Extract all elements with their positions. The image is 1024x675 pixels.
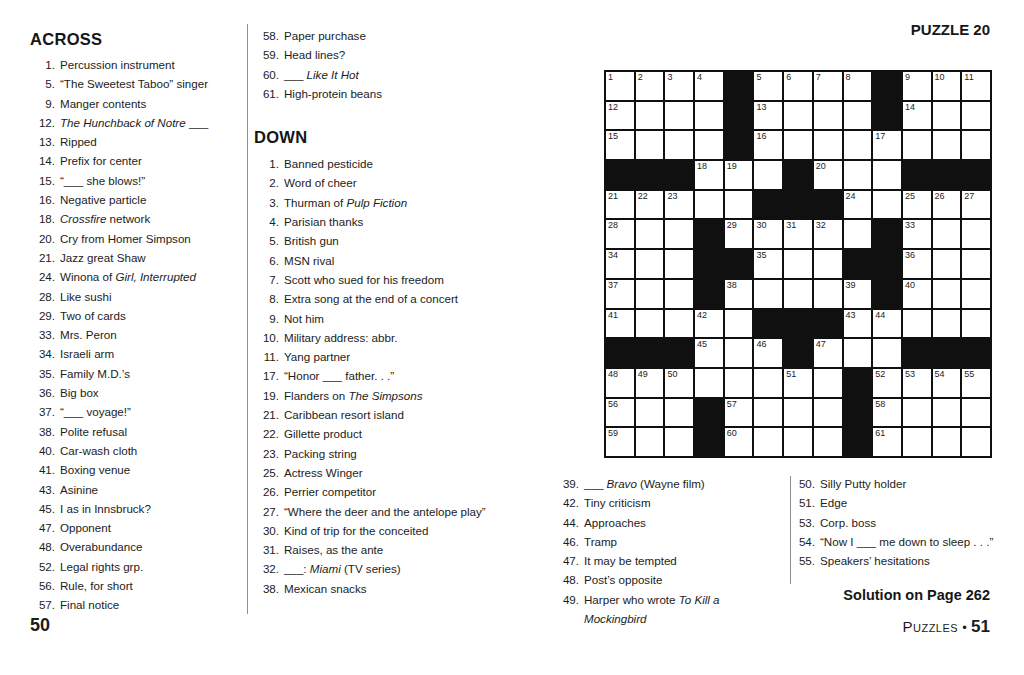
clue-item: 22.Gillette product (254, 424, 486, 443)
cell-number: 15 (608, 131, 618, 142)
across-clue-list: 1.Percussion instrument5.“The Sweetest T… (30, 55, 242, 615)
grid-cell-black (695, 280, 723, 308)
grid-cell (784, 399, 812, 427)
clue-text: Family M.D.’s (60, 364, 242, 383)
grid-cell: 8 (844, 72, 872, 100)
grid-cell-black (606, 161, 634, 189)
clue-item: 54.“Now I ___ me down to sleep . . .” (796, 532, 1020, 551)
grid-cell-black (665, 339, 693, 367)
cell-number: 50 (667, 369, 677, 380)
grid-cell (962, 399, 990, 427)
grid-cell: 27 (962, 191, 990, 219)
clue-item: 43.Asinine (30, 480, 242, 499)
grid-cell-black (873, 72, 901, 100)
clue-text: Paper purchase (284, 26, 486, 45)
clue-text: Thurman of Pulp Fiction (284, 193, 486, 212)
clue-item: 56.Rule, for short (30, 576, 242, 595)
grid-cell: 7 (814, 72, 842, 100)
clue-text: Overabundance (60, 537, 242, 556)
cell-number: 45 (697, 339, 707, 350)
cell-number: 16 (756, 131, 766, 142)
grid-cell-black (873, 250, 901, 278)
clue-text: Israeli arm (60, 344, 242, 363)
grid-cell: 30 (754, 220, 782, 248)
grid-cell-black (784, 339, 812, 367)
clue-number: 17. (254, 366, 284, 385)
grid-cell (665, 131, 693, 159)
clue-text: Perrier competitor (284, 482, 486, 501)
clue-number: 4. (254, 212, 284, 231)
grid-cell (933, 102, 961, 130)
clue-number: 34. (30, 344, 60, 363)
cell-number: 43 (846, 310, 856, 321)
cell-number: 23 (667, 191, 677, 202)
clue-item: 52.Legal rights grp. (30, 557, 242, 576)
clue-text: Final notice (60, 595, 242, 614)
cell-number: 39 (846, 280, 856, 291)
grid-cell (754, 280, 782, 308)
clue-text: British gun (284, 231, 486, 250)
clue-item: 10.Military address: abbr. (254, 328, 486, 347)
grid-cell: 18 (695, 161, 723, 189)
clue-number: 5. (254, 231, 284, 250)
clue-text: Extra song at the end of a concert (284, 289, 486, 308)
grid-cell: 13 (754, 102, 782, 130)
clue-text: “The Sweetest Taboo” singer (60, 74, 242, 93)
clue-item: 32.___: Miami (TV series) (254, 559, 486, 578)
grid-cell-black (725, 131, 753, 159)
cell-number: 48 (608, 369, 618, 380)
clue-item: 47.It may be tempted (560, 551, 784, 570)
cell-number: 37 (608, 280, 618, 291)
grid-cell: 43 (844, 310, 872, 338)
grid-cell (695, 102, 723, 130)
grid-cell: 9 (903, 72, 931, 100)
clue-text: ___ Like It Hot (284, 65, 486, 84)
cell-number: 17 (875, 131, 885, 142)
grid-cell (814, 102, 842, 130)
clue-item: 2.Word of cheer (254, 173, 486, 192)
clue-number: 6. (254, 251, 284, 270)
clue-number: 28. (30, 287, 60, 306)
clue-item: 15.“___ she blows!” (30, 171, 242, 190)
grid-cell-black (725, 102, 753, 130)
clue-text: Not him (284, 309, 486, 328)
clue-item: 59.Head lines? (254, 45, 486, 64)
clue-text: ___: Miami (TV series) (284, 559, 486, 578)
grid-cell: 47 (814, 339, 842, 367)
grid-cell: 34 (606, 250, 634, 278)
grid-cell-black (903, 161, 931, 189)
grid-cell: 49 (636, 369, 664, 397)
clue-text: Crossfire network (60, 209, 242, 228)
solution-note: Solution on Page 262 (700, 587, 990, 603)
cell-number: 13 (756, 102, 766, 113)
grid-cell: 26 (933, 191, 961, 219)
grid-cell-black (873, 220, 901, 248)
clue-number: 47. (30, 518, 60, 537)
clue-number: 19. (254, 386, 284, 405)
clue-number: 30. (254, 521, 284, 540)
down-header: DOWN (254, 128, 486, 147)
page-footer-right: Puzzles • 51 (700, 617, 990, 637)
clue-item: 41.Boxing venue (30, 460, 242, 479)
grid-cell (754, 161, 782, 189)
cell-number: 2 (638, 72, 643, 83)
grid-cell: 37 (606, 280, 634, 308)
clue-text: Gillette product (284, 424, 486, 443)
grid-cell (933, 220, 961, 248)
grid-cell: 56 (606, 399, 634, 427)
clue-text: Big box (60, 383, 242, 402)
grid-cell (784, 280, 812, 308)
page-number-left: 50 (30, 615, 50, 636)
grid-cell: 4 (695, 72, 723, 100)
clue-text: Word of cheer (284, 173, 486, 192)
clue-item: 35.Family M.D.’s (30, 364, 242, 383)
clue-text: Like sushi (60, 287, 242, 306)
cell-number: 49 (638, 369, 648, 380)
clue-number: 56. (30, 576, 60, 595)
grid-cell (844, 339, 872, 367)
clue-item: 18.Crossfire network (30, 209, 242, 228)
grid-cell: 14 (903, 102, 931, 130)
clue-number: 33. (30, 325, 60, 344)
clue-number: 45. (30, 499, 60, 518)
cell-number: 28 (608, 220, 618, 231)
clue-text: Rule, for short (60, 576, 242, 595)
clue-number: 38. (30, 422, 60, 441)
grid-cell: 48 (606, 369, 634, 397)
grid-cell: 19 (725, 161, 753, 189)
grid-cell (933, 310, 961, 338)
clue-number: 9. (254, 309, 284, 328)
clue-text: Kind of trip for the conceited (284, 521, 486, 540)
grid-cell (962, 280, 990, 308)
grid-cell (873, 339, 901, 367)
grid-cell: 31 (784, 220, 812, 248)
clue-number: 61. (254, 84, 284, 103)
clue-text: Edge (820, 493, 1020, 512)
clue-number: 60. (254, 65, 284, 84)
grid-cell (665, 102, 693, 130)
clue-item: 24.Winona of Girl, Interrupted (30, 267, 242, 286)
clue-text: Percussion instrument (60, 55, 242, 74)
clue-text: Prefix for center (60, 151, 242, 170)
clue-number: 40. (30, 441, 60, 460)
clue-item: 50.Silly Putty holder (796, 474, 1020, 493)
grid-cell (962, 131, 990, 159)
cell-number: 14 (905, 102, 915, 113)
grid-cell-black (636, 161, 664, 189)
clue-number: 31. (254, 540, 284, 559)
grid-cell-black (844, 369, 872, 397)
cell-number: 11 (964, 72, 973, 83)
grid-cell (725, 310, 753, 338)
grid-cell-black (636, 339, 664, 367)
grid-cell-black (933, 339, 961, 367)
clue-text: Opponent (60, 518, 242, 537)
clue-item: 25.Actress Winger (254, 463, 486, 482)
clue-text: Legal rights grp. (60, 557, 242, 576)
clue-text: Tramp (584, 532, 784, 551)
grid-cell (814, 399, 842, 427)
clue-number: 32. (254, 559, 284, 578)
grid-cell (962, 428, 990, 456)
grid-cell: 25 (903, 191, 931, 219)
clue-text: “Honor ___ father. . .” (284, 366, 486, 385)
clue-item: 58.Paper purchase (254, 26, 486, 45)
clue-text: Military address: abbr. (284, 328, 486, 347)
clue-item: 23.Packing string (254, 444, 486, 463)
grid-cell (695, 369, 723, 397)
crossword-grid: 1234567891011121314151617181920212223242… (604, 70, 992, 458)
grid-cell: 5 (754, 72, 782, 100)
cell-number: 58 (875, 399, 885, 410)
grid-cell (754, 428, 782, 456)
clue-item: 60.___ Like It Hot (254, 65, 486, 84)
grid-cell-black (725, 250, 753, 278)
clue-number: 38. (254, 579, 284, 598)
clue-text: High-protein beans (284, 84, 486, 103)
grid-cell: 16 (754, 131, 782, 159)
cell-number: 41 (608, 310, 618, 321)
cell-number: 57 (727, 399, 737, 410)
clue-text: Tiny criticism (584, 493, 784, 512)
clue-number: 48. (560, 570, 584, 589)
grid-cell: 41 (606, 310, 634, 338)
clue-number: 29. (30, 306, 60, 325)
clue-text: Raises, as the ante (284, 540, 486, 559)
grid-cell: 3 (665, 72, 693, 100)
clue-number: 16. (30, 190, 60, 209)
clue-text: Caribbean resort island (284, 405, 486, 424)
clue-item: 8.Extra song at the end of a concert (254, 289, 486, 308)
grid-cell: 20 (814, 161, 842, 189)
grid-cell: 58 (873, 399, 901, 427)
clue-text: Silly Putty holder (820, 474, 1020, 493)
clue-number: 25. (254, 463, 284, 482)
clue-text: “___ she blows!” (60, 171, 242, 190)
grid-cell (636, 399, 664, 427)
grid-cell (784, 428, 812, 456)
clue-number: 18. (30, 209, 60, 228)
bottom-column-divider (790, 476, 791, 584)
grid-cell: 36 (903, 250, 931, 278)
clue-item: 21.Caribbean resort island (254, 405, 486, 424)
clue-item: 33.Mrs. Peron (30, 325, 242, 344)
clue-text: “___ voyage!” (60, 402, 242, 421)
across-header: ACROSS (30, 30, 242, 49)
cell-number: 52 (875, 369, 885, 380)
grid-cell (814, 369, 842, 397)
clue-number: 8. (254, 289, 284, 308)
clue-text: Winona of Girl, Interrupted (60, 267, 242, 286)
grid-cell (933, 399, 961, 427)
clue-item: 21.Jazz great Shaw (30, 248, 242, 267)
clue-text: The Hunchback of Notre ___ (60, 113, 242, 132)
clue-text: Actress Winger (284, 463, 486, 482)
grid-cell (933, 131, 961, 159)
clue-number: 50. (796, 474, 820, 493)
clue-number: 46. (560, 532, 584, 551)
clue-item: 1.Percussion instrument (30, 55, 242, 74)
grid-cell (725, 191, 753, 219)
cell-number: 21 (608, 191, 618, 202)
clue-number: 43. (30, 480, 60, 499)
grid-cell: 40 (903, 280, 931, 308)
grid-cell: 2 (636, 72, 664, 100)
clue-number: 42. (560, 493, 584, 512)
cell-number: 19 (727, 161, 737, 172)
book-spread: { "game": "crossword", "puzzle_title": "… (0, 0, 1024, 675)
cell-number: 34 (608, 250, 618, 261)
clue-text: Polite refusal (60, 422, 242, 441)
clue-text: ___ Bravo (Wayne film) (584, 474, 784, 493)
grid-cell-black (903, 339, 931, 367)
grid-cell: 46 (754, 339, 782, 367)
down-clue-list: 1.Banned pesticide2.Word of cheer3.Thurm… (254, 154, 486, 598)
cell-number: 27 (964, 191, 974, 202)
clue-item: 29.Two of cards (30, 306, 242, 325)
clue-text: Ripped (60, 132, 242, 151)
clue-text: Asinine (60, 480, 242, 499)
clue-item: 9.Manger contents (30, 94, 242, 113)
grid-cell: 52 (873, 369, 901, 397)
grid-cell-black (814, 310, 842, 338)
clue-number: 1. (30, 55, 60, 74)
down-clue-list-continued-2: 50.Silly Putty holder51.Edge53.Corp. bos… (796, 474, 1020, 570)
clue-number: 21. (30, 248, 60, 267)
grid-cell (903, 399, 931, 427)
clue-item: 11.Yang partner (254, 347, 486, 366)
clue-text: “Now I ___ me down to sleep . . .” (820, 532, 1020, 551)
grid-cell (665, 280, 693, 308)
page-number-right: 51 (971, 617, 990, 636)
clue-text: Corp. boss (820, 513, 1020, 532)
grid-cell: 61 (873, 428, 901, 456)
grid-cell: 24 (844, 191, 872, 219)
clue-item: 5.“The Sweetest Taboo” singer (30, 74, 242, 93)
clue-number: 44. (560, 513, 584, 532)
cell-number: 26 (935, 191, 945, 202)
grid-cell: 15 (606, 131, 634, 159)
grid-cell (903, 428, 931, 456)
puzzle-title: PUZZLE 20 (790, 21, 990, 38)
clue-text: Car-wash cloth (60, 441, 242, 460)
grid-cell: 17 (873, 131, 901, 159)
clue-item: 6.MSN rival (254, 251, 486, 270)
grid-cell: 22 (636, 191, 664, 219)
clue-item: 40.Car-wash cloth (30, 441, 242, 460)
grid-cell-black (844, 399, 872, 427)
grid-cell: 50 (665, 369, 693, 397)
clue-text: Flanders on The Simpsons (284, 386, 486, 405)
clue-number: 27. (254, 502, 284, 521)
clue-text: I as in Innsbruck? (60, 499, 242, 518)
grid-cell: 51 (784, 369, 812, 397)
clue-number: 22. (254, 424, 284, 443)
cell-number: 18 (697, 161, 707, 172)
cell-number: 46 (756, 339, 766, 350)
clue-item: 3.Thurman of Pulp Fiction (254, 193, 486, 212)
cell-number: 12 (608, 102, 618, 113)
grid-cell-black (695, 250, 723, 278)
grid-cell (725, 339, 753, 367)
grid-cell-black (844, 428, 872, 456)
cell-number: 59 (608, 428, 618, 439)
grid-cell (754, 399, 782, 427)
grid-cell: 57 (725, 399, 753, 427)
grid-cell (933, 280, 961, 308)
grid-cell (784, 102, 812, 130)
clue-item: 26.Perrier competitor (254, 482, 486, 501)
grid-cell (933, 250, 961, 278)
clue-text: Parisian thanks (284, 212, 486, 231)
cell-number: 40 (905, 280, 915, 291)
clue-text: Negative particle (60, 190, 242, 209)
grid-cell (844, 131, 872, 159)
grid-cell (962, 250, 990, 278)
grid-cell: 45 (695, 339, 723, 367)
grid-cell (903, 310, 931, 338)
grid-cell-black (962, 161, 990, 189)
grid-cell: 55 (962, 369, 990, 397)
clue-text: Two of cards (60, 306, 242, 325)
clue-text: Jazz great Shaw (60, 248, 242, 267)
cell-number: 24 (846, 191, 856, 202)
clue-number: 58. (254, 26, 284, 45)
clue-item: 53.Corp. boss (796, 513, 1020, 532)
grid-cell (844, 161, 872, 189)
clue-number: 47. (560, 551, 584, 570)
grid-cell-black (873, 280, 901, 308)
clue-item: 38.Mexican snacks (254, 579, 486, 598)
clue-number: 54. (796, 532, 820, 551)
clue-text: Scott who sued for his freedom (284, 270, 486, 289)
cell-number: 60 (727, 428, 737, 439)
cell-number: 3 (667, 72, 672, 83)
grid-cell-black (606, 339, 634, 367)
grid-cell: 23 (665, 191, 693, 219)
grid-cell (903, 131, 931, 159)
clue-text: Yang partner (284, 347, 486, 366)
cell-number: 42 (697, 310, 707, 321)
grid-cell-black (784, 161, 812, 189)
clue-item: 34.Israeli arm (30, 344, 242, 363)
clue-item: 48.Overabundance (30, 537, 242, 556)
grid-cell (962, 220, 990, 248)
cell-number: 5 (756, 72, 761, 83)
clue-text: Packing string (284, 444, 486, 463)
grid-cell: 10 (933, 72, 961, 100)
grid-cell-black (873, 102, 901, 130)
cell-number: 20 (816, 161, 826, 172)
cell-number: 1 (608, 72, 613, 83)
footer-puzzles-label: Puzzles (902, 618, 958, 635)
clue-item: 30.Kind of trip for the conceited (254, 521, 486, 540)
clue-item: 57.Final notice (30, 595, 242, 614)
clue-item: 37.“___ voyage!” (30, 402, 242, 421)
grid-cell: 35 (754, 250, 782, 278)
clue-number: 1. (254, 154, 284, 173)
grid-cell-black (814, 191, 842, 219)
clue-text: “Where the deer and the antelope play” (284, 502, 486, 521)
grid-cell (962, 310, 990, 338)
grid-cell: 60 (725, 428, 753, 456)
cell-number: 53 (905, 369, 915, 380)
grid-cell (636, 102, 664, 130)
